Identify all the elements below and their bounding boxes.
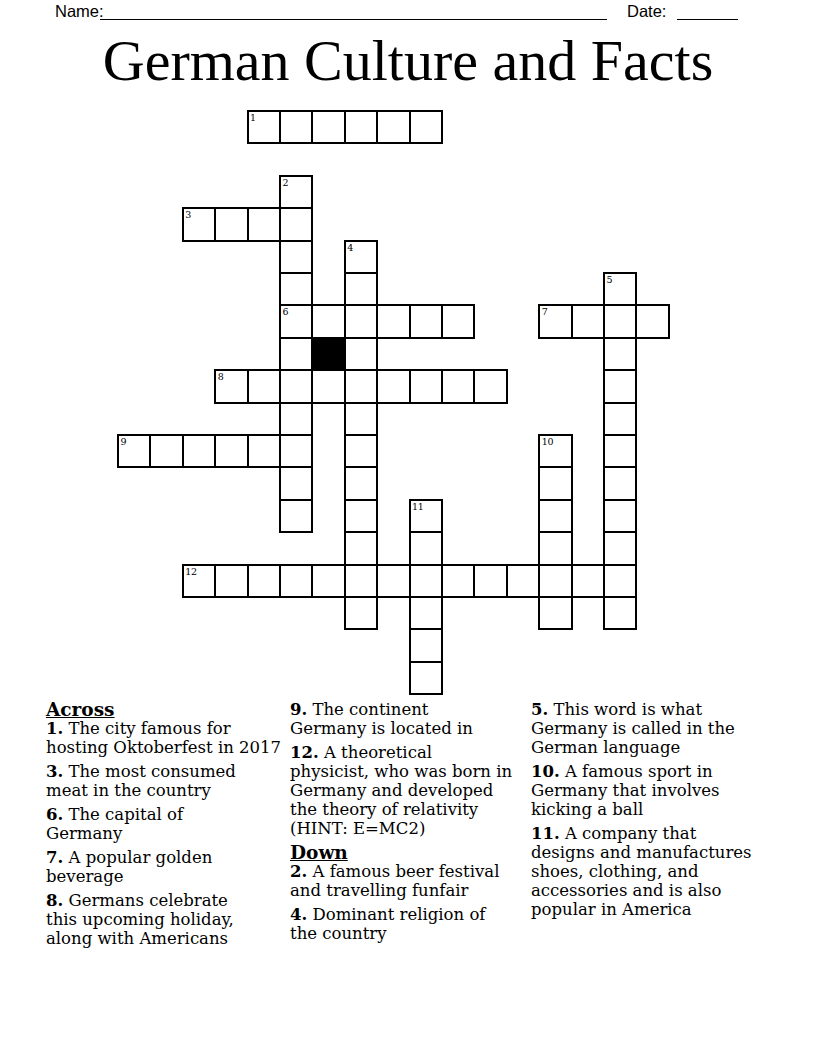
grid-cell-r10c4[interactable] [247, 434, 281, 468]
grid-cell-r8c5[interactable] [279, 369, 313, 403]
clue-text: A famous beer festival and travelling fu… [290, 862, 499, 900]
grid-cell-r13c15[interactable] [603, 531, 637, 565]
grid-cell-r13c13[interactable] [538, 531, 572, 565]
grid-cell-r7c15[interactable] [603, 337, 637, 371]
grid-cell-r14c14[interactable] [571, 564, 605, 598]
clue-10: 10. A famous sport in Germany that invol… [531, 762, 769, 819]
grid-cell-r0c7[interactable] [344, 110, 378, 144]
grid-cell-r0c6[interactable] [311, 110, 345, 144]
grid-cell-r14c13[interactable] [538, 564, 572, 598]
clue-text: A famous sport in Germany that involves … [531, 762, 719, 819]
grid-cell-r12c5[interactable] [279, 499, 313, 533]
grid-cell-r15c13[interactable] [538, 596, 572, 630]
clue-header-down: Down [290, 843, 528, 862]
clue-text: The continent Germany is located in [290, 700, 473, 738]
clue-1: 1. The city famous for hosting Oktoberfe… [46, 719, 284, 757]
cell-number-5: 5 [607, 275, 613, 285]
name-line [100, 19, 607, 20]
grid-cell-r6c6[interactable] [311, 304, 345, 338]
grid-cell-r0c8[interactable] [376, 110, 410, 144]
grid-cell-r10c7[interactable] [344, 434, 378, 468]
grid-cell-r6c14[interactable] [571, 304, 605, 338]
clue-number: 10. [531, 762, 560, 781]
clue-number: 12. [290, 743, 319, 762]
grid-cell-r6c15[interactable] [603, 304, 637, 338]
grid-cell-r4c5[interactable] [279, 240, 313, 274]
grid-cell-r3c4[interactable] [247, 207, 281, 241]
date-line [677, 19, 738, 20]
clue-11: 11. A company that designs and manufactu… [531, 824, 769, 919]
grid-cell-r14c4[interactable] [247, 564, 281, 598]
grid-cell-r14c7[interactable] [344, 564, 378, 598]
clue-4: 4. Dominant religion of the country [290, 905, 528, 943]
clue-3: 3. The most consumed meat in the country [46, 762, 284, 800]
clue-number: 3. [46, 762, 63, 781]
grid-cell-r11c13[interactable] [538, 466, 572, 500]
grid-cell-r8c9[interactable] [409, 369, 443, 403]
grid-cell-r8c6[interactable] [311, 369, 345, 403]
clue-column-1: Across1. The city famous for hosting Okt… [46, 700, 284, 953]
grid-cell-r0c5[interactable] [279, 110, 313, 144]
grid-cell-r13c9[interactable] [409, 531, 443, 565]
grid-cell-r3c5[interactable] [279, 207, 313, 241]
clue-12: 12. A theoretical physicist, who was bor… [290, 743, 528, 838]
grid-cell-r10c3[interactable] [214, 434, 248, 468]
grid-cell-r14c5[interactable] [279, 564, 313, 598]
grid-cell-r9c15[interactable] [603, 402, 637, 436]
grid-cell-r3c3[interactable] [214, 207, 248, 241]
clue-9: 9. The continent Germany is located in [290, 700, 528, 738]
grid-cell-r10c5[interactable] [279, 434, 313, 468]
grid-cell-r12c13[interactable] [538, 499, 572, 533]
grid-cell-r5c5[interactable] [279, 272, 313, 306]
clue-text: The city famous for hosting Oktoberfest … [46, 719, 281, 757]
clue-column-3: 5. This word is what Germany is called i… [531, 700, 769, 924]
date-label: Date: [627, 1, 666, 21]
grid-cell-r9c7[interactable] [344, 402, 378, 436]
grid-cell-r14c10[interactable] [441, 564, 475, 598]
grid-cell-r14c12[interactable] [506, 564, 540, 598]
grid-cell-r14c15[interactable] [603, 564, 637, 598]
grid-cell-r6c7[interactable] [344, 304, 378, 338]
grid-cell-r6c9[interactable] [409, 304, 443, 338]
grid-cell-r14c6[interactable] [311, 564, 345, 598]
clue-number: 8. [46, 891, 63, 910]
grid-cell-r10c1[interactable] [149, 434, 183, 468]
grid-cell-r11c5[interactable] [279, 466, 313, 500]
grid-cell-r10c15[interactable] [603, 434, 637, 468]
cell-number-12: 12 [185, 567, 197, 577]
cell-number-3: 3 [185, 210, 191, 220]
grid-cell-r14c3[interactable] [214, 564, 248, 598]
clue-2: 2. A famous beer festival and travelling… [290, 862, 528, 900]
grid-cell-r8c8[interactable] [376, 369, 410, 403]
grid-cell-r5c7[interactable] [344, 272, 378, 306]
grid-cell-r7c7[interactable] [344, 337, 378, 371]
cell-number-11: 11 [412, 502, 424, 512]
grid-cell-r6c8[interactable] [376, 304, 410, 338]
grid-cell-r14c11[interactable] [473, 564, 507, 598]
clue-number: 4. [290, 905, 307, 924]
grid-cell-r14c9[interactable] [409, 564, 443, 598]
clue-header-across: Across [46, 700, 284, 719]
clue-5: 5. This word is what Germany is called i… [531, 700, 769, 757]
grid-cell-r6c10[interactable] [441, 304, 475, 338]
cell-number-2: 2 [283, 178, 289, 188]
grid-cell-r15c15[interactable] [603, 596, 637, 630]
clue-number: 7. [46, 848, 63, 867]
grid-cell-r16c9[interactable] [409, 628, 443, 662]
grid-cell-r8c11[interactable] [473, 369, 507, 403]
grid-cell-r14c8[interactable] [376, 564, 410, 598]
cell-number-8: 8 [218, 372, 224, 382]
grid-cell-r6c16[interactable] [635, 304, 669, 338]
name-label: Name: [55, 1, 104, 21]
grid-cell-r12c15[interactable] [603, 499, 637, 533]
grid-cell-r7c5[interactable] [279, 337, 313, 371]
clue-text: A company that designs and manufactures … [531, 824, 752, 919]
cell-number-1: 1 [250, 113, 256, 123]
page-title: German Culture and Facts [0, 31, 816, 91]
clue-number: 11. [531, 824, 560, 843]
grid-cell-r9c5[interactable] [279, 402, 313, 436]
cell-number-7: 7 [542, 307, 548, 317]
cell-number-10: 10 [542, 437, 554, 447]
grid-cell-r10c2[interactable] [182, 434, 216, 468]
grid-cell-r12c7[interactable] [344, 499, 378, 533]
clue-number: 9. [290, 700, 307, 719]
clue-text: Dominant religion of the country [290, 905, 485, 943]
clue-number: 1. [46, 719, 63, 738]
cell-number-9: 9 [121, 437, 127, 447]
clue-text: Germans celebrate this upcoming holiday,… [46, 891, 234, 948]
clue-8: 8. Germans celebrate this upcoming holid… [46, 891, 284, 948]
grid-cell-r13c7[interactable] [344, 531, 378, 565]
worksheet-page: Name: Date: German Culture and Facts 123… [0, 0, 816, 1056]
grid-cell-r15c7[interactable] [344, 596, 378, 630]
clue-7: 7. A popular golden beverage [46, 848, 284, 886]
grid-cell-r11c15[interactable] [603, 466, 637, 500]
clue-text: The most consumed meat in the country [46, 762, 236, 800]
blocked-cell [311, 337, 345, 371]
clue-number: 2. [290, 862, 307, 881]
cell-number-6: 6 [283, 307, 289, 317]
cell-number-4: 4 [347, 243, 353, 253]
grid-cell-r8c4[interactable] [247, 369, 281, 403]
clue-number: 6. [46, 805, 63, 824]
clue-text: The capital of Germany [46, 805, 183, 843]
grid-cell-r11c7[interactable] [344, 466, 378, 500]
clue-text: A theoretical physicist, who was born in… [290, 743, 512, 838]
crossword-grid: 123456789101112 [117, 110, 670, 696]
grid-cell-r8c10[interactable] [441, 369, 475, 403]
clue-number: 5. [531, 700, 548, 719]
clue-column-2: 9. The continent Germany is located in12… [290, 700, 528, 948]
clue-text: This word is what Germany is called in t… [531, 700, 735, 757]
grid-cell-r15c9[interactable] [409, 596, 443, 630]
grid-cell-r0c9[interactable] [409, 110, 443, 144]
grid-cell-r8c7[interactable] [344, 369, 378, 403]
grid-cell-r17c9[interactable] [409, 661, 443, 695]
grid-cell-r8c15[interactable] [603, 369, 637, 403]
clue-6: 6. The capital of Germany [46, 805, 284, 843]
clue-text: A popular golden beverage [46, 848, 212, 886]
